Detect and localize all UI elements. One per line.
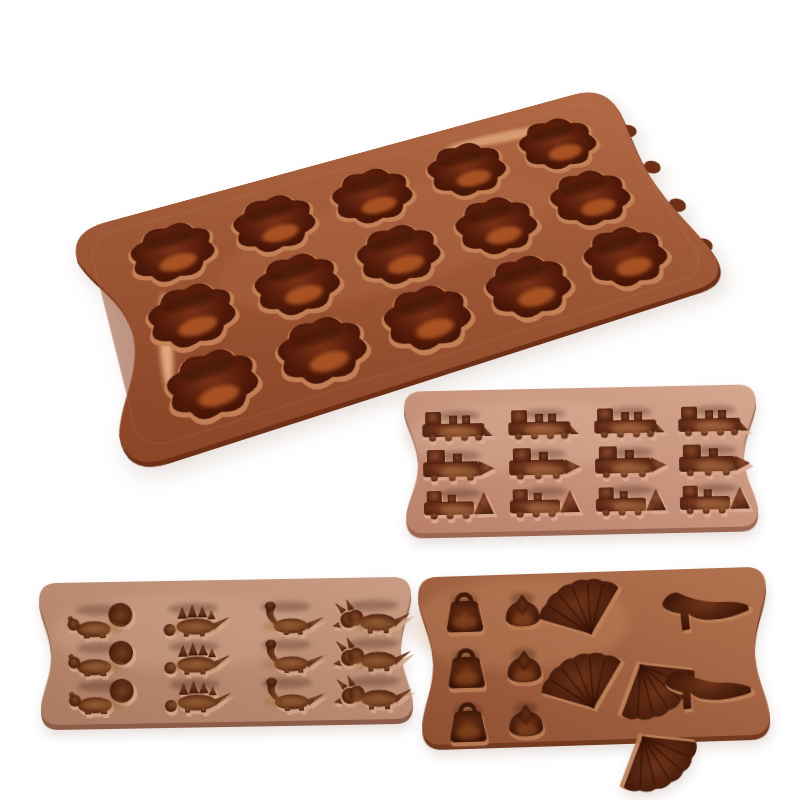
dinosaur-mold-svg [39, 577, 413, 725]
fashion-mold-svg [417, 567, 770, 746]
product-collage [0, 0, 800, 800]
fashion-mold-photo [417, 567, 770, 746]
train-mold-svg [404, 384, 759, 533]
dinosaur-mold-photo [39, 577, 413, 725]
train-mold-photo [404, 384, 759, 533]
